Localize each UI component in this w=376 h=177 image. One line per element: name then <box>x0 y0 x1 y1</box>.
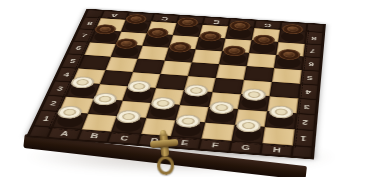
clasp-horizontal-plate <box>150 139 179 148</box>
dark-checker-h8 <box>282 24 304 35</box>
square-d5 <box>160 61 191 76</box>
square-g5 <box>244 66 274 82</box>
square-g6 <box>247 53 277 68</box>
dark-checker-d8 <box>176 17 199 28</box>
square-d6 <box>165 48 196 63</box>
dark-checker-g7 <box>253 34 276 45</box>
product-photo-checkers-set: ABCDEFGH8877665544332211ABCDEFGH <box>0 0 376 177</box>
square-c7 <box>142 33 172 47</box>
light-checker-g3 <box>242 88 267 101</box>
light-checker-f2 <box>209 101 235 115</box>
square-h5 <box>272 68 302 84</box>
file-label-bottom-g: G <box>229 141 262 154</box>
file-label-bottom-a: A <box>48 127 82 140</box>
rank-label-right-2: 2 <box>295 113 316 130</box>
light-checker-e1 <box>175 114 202 128</box>
rank-label-right-3: 3 <box>297 98 317 114</box>
file-label-bottom-b: B <box>77 129 111 142</box>
rank-label-right-6: 6 <box>302 57 321 72</box>
rank-label-right-4: 4 <box>298 84 318 100</box>
rank-label-right-7: 7 <box>303 44 322 58</box>
light-checker-h2 <box>269 105 294 119</box>
square-e5 <box>188 62 219 78</box>
rank-label-right-5: 5 <box>300 70 320 85</box>
dark-checker-b8 <box>124 14 148 25</box>
light-checker-c3 <box>126 80 152 93</box>
file-label-bottom-c: C <box>107 132 141 145</box>
border-corner <box>292 146 313 159</box>
dark-checker-c7 <box>146 27 170 38</box>
brass-clasp <box>147 132 182 175</box>
light-checker-e3 <box>183 84 209 97</box>
file-label-bottom-h: H <box>260 143 292 156</box>
dark-checker-h6 <box>278 49 301 61</box>
square-h6 <box>274 55 303 70</box>
light-checker-b2 <box>91 92 118 105</box>
border-corner <box>28 126 52 138</box>
square-g3 <box>238 94 270 111</box>
light-checker-d2 <box>150 97 177 111</box>
dark-checker-f6 <box>222 45 246 57</box>
rank-label-right-1: 1 <box>293 129 314 147</box>
dark-checker-e7 <box>199 31 222 42</box>
square-a6 <box>84 42 116 57</box>
dark-checker-a7 <box>93 24 118 35</box>
dark-checker-f8 <box>229 20 252 31</box>
light-checker-g1 <box>235 118 261 132</box>
square-f6 <box>219 51 249 66</box>
dark-checker-d6 <box>168 41 192 53</box>
dark-checker-b6 <box>114 38 139 49</box>
rank-label-right-8: 8 <box>305 31 323 45</box>
light-checker-c1 <box>115 110 143 124</box>
